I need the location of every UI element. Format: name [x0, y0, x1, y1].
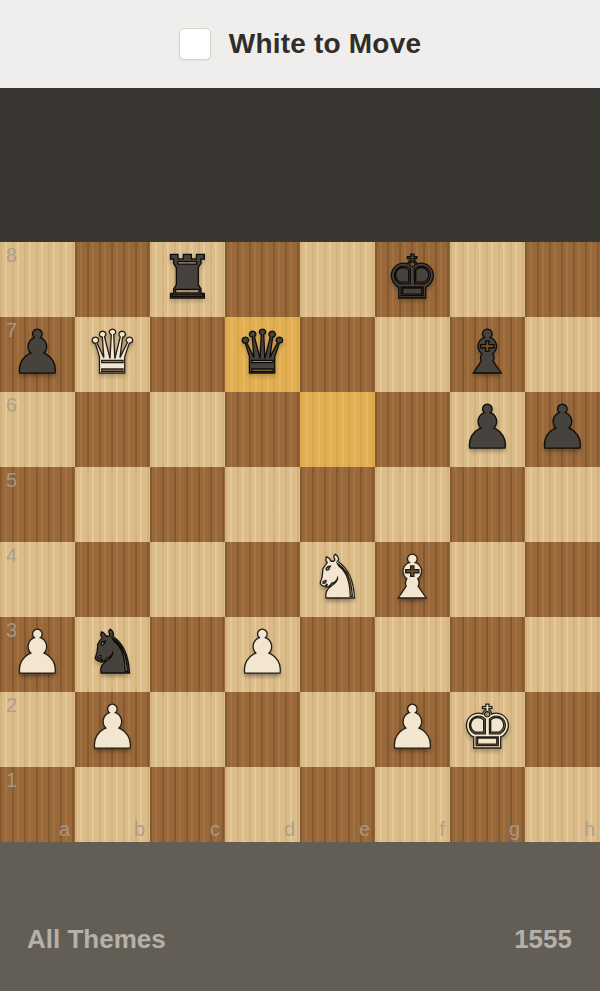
square-c6[interactable]	[150, 392, 225, 467]
square-c7[interactable]	[150, 317, 225, 392]
square-g4[interactable]	[450, 542, 525, 617]
piece-black-king-f8[interactable]: ♚	[375, 242, 450, 317]
square-f1[interactable]: f	[375, 767, 450, 842]
square-c1[interactable]: c	[150, 767, 225, 842]
square-e3[interactable]	[300, 617, 375, 692]
square-h8[interactable]	[525, 242, 600, 317]
square-c5[interactable]	[150, 467, 225, 542]
square-c3[interactable]	[150, 617, 225, 692]
piece-white-pawn-b2[interactable]: ♟	[75, 692, 150, 767]
square-a8[interactable]: 8	[0, 242, 75, 317]
square-g6[interactable]: ♟	[450, 392, 525, 467]
square-b2[interactable]: ♟	[75, 692, 150, 767]
square-h7[interactable]	[525, 317, 600, 392]
file-label-f: f	[439, 819, 445, 839]
piece-white-king-g2[interactable]: ♚	[450, 692, 525, 767]
square-f5[interactable]	[375, 467, 450, 542]
file-label-c: c	[210, 819, 220, 839]
chess-board: 8♜♚7♟♛♛♝6♟♟54♞♝3♟♞♟2♟♟♚1abcdefgh	[0, 242, 600, 842]
piece-white-pawn-f2[interactable]: ♟	[375, 692, 450, 767]
piece-white-pawn-a3[interactable]: ♟	[0, 617, 75, 692]
square-a5[interactable]: 5	[0, 467, 75, 542]
square-g5[interactable]	[450, 467, 525, 542]
file-label-b: b	[134, 819, 145, 839]
square-h5[interactable]	[525, 467, 600, 542]
square-h2[interactable]	[525, 692, 600, 767]
piece-black-rook-c8[interactable]: ♜	[150, 242, 225, 317]
square-c2[interactable]	[150, 692, 225, 767]
header-bar: White to Move	[0, 0, 600, 88]
square-e5[interactable]	[300, 467, 375, 542]
rank-label-6: 6	[6, 395, 17, 415]
white-to-move-checkbox[interactable]	[179, 28, 211, 60]
piece-white-pawn-d3[interactable]: ♟	[225, 617, 300, 692]
square-f4[interactable]: ♝	[375, 542, 450, 617]
piece-black-knight-b3[interactable]: ♞	[75, 617, 150, 692]
square-d5[interactable]	[225, 467, 300, 542]
square-a6[interactable]: 6	[0, 392, 75, 467]
piece-black-pawn-h6[interactable]: ♟	[525, 392, 600, 467]
rank-label-4: 4	[6, 545, 17, 565]
square-e4[interactable]: ♞	[300, 542, 375, 617]
square-f2[interactable]: ♟	[375, 692, 450, 767]
square-b7[interactable]: ♛	[75, 317, 150, 392]
square-e1[interactable]: e	[300, 767, 375, 842]
piece-black-pawn-a7[interactable]: ♟	[0, 317, 75, 392]
rank-label-2: 2	[6, 695, 17, 715]
square-f7[interactable]	[375, 317, 450, 392]
piece-white-queen-b7[interactable]: ♛	[75, 317, 150, 392]
square-f3[interactable]	[375, 617, 450, 692]
piece-black-pawn-g6[interactable]: ♟	[450, 392, 525, 467]
file-label-e: e	[359, 819, 370, 839]
square-b4[interactable]	[75, 542, 150, 617]
all-themes-button[interactable]: All Themes	[27, 924, 166, 955]
rank-label-8: 8	[6, 245, 17, 265]
square-b1[interactable]: b	[75, 767, 150, 842]
square-f8[interactable]: ♚	[375, 242, 450, 317]
square-b5[interactable]	[75, 467, 150, 542]
square-d8[interactable]	[225, 242, 300, 317]
square-e6[interactable]	[300, 392, 375, 467]
square-g1[interactable]: g	[450, 767, 525, 842]
square-e8[interactable]	[300, 242, 375, 317]
footer-bar: All Themes 1555	[0, 842, 600, 991]
square-b8[interactable]	[75, 242, 150, 317]
square-h4[interactable]	[525, 542, 600, 617]
square-h3[interactable]	[525, 617, 600, 692]
rank-label-5: 5	[6, 470, 17, 490]
square-g8[interactable]	[450, 242, 525, 317]
board-top-band	[0, 88, 600, 242]
piece-white-bishop-f4[interactable]: ♝	[375, 542, 450, 617]
square-g2[interactable]: ♚	[450, 692, 525, 767]
square-g7[interactable]: ♝	[450, 317, 525, 392]
square-d6[interactable]	[225, 392, 300, 467]
square-f6[interactable]	[375, 392, 450, 467]
square-a4[interactable]: 4	[0, 542, 75, 617]
square-a2[interactable]: 2	[0, 692, 75, 767]
page-title: White to Move	[229, 28, 421, 60]
square-b3[interactable]: ♞	[75, 617, 150, 692]
piece-black-queen-d7[interactable]: ♛	[225, 317, 300, 392]
square-c4[interactable]	[150, 542, 225, 617]
square-a7[interactable]: 7♟	[0, 317, 75, 392]
file-label-a: a	[59, 819, 70, 839]
square-d7[interactable]: ♛	[225, 317, 300, 392]
square-d4[interactable]	[225, 542, 300, 617]
rating-value: 1555	[514, 924, 572, 955]
rank-label-1: 1	[6, 770, 17, 790]
square-a3[interactable]: 3♟	[0, 617, 75, 692]
square-e7[interactable]	[300, 317, 375, 392]
square-d3[interactable]: ♟	[225, 617, 300, 692]
square-a1[interactable]: 1a	[0, 767, 75, 842]
footer-row: All Themes 1555	[27, 924, 572, 955]
square-c8[interactable]: ♜	[150, 242, 225, 317]
square-d1[interactable]: d	[225, 767, 300, 842]
file-label-h: h	[584, 819, 595, 839]
file-label-d: d	[284, 819, 295, 839]
piece-white-knight-e4[interactable]: ♞	[300, 542, 375, 617]
square-h6[interactable]: ♟	[525, 392, 600, 467]
square-g3[interactable]	[450, 617, 525, 692]
file-label-g: g	[509, 819, 520, 839]
square-d2[interactable]	[225, 692, 300, 767]
square-b6[interactable]	[75, 392, 150, 467]
piece-black-bishop-g7[interactable]: ♝	[450, 317, 525, 392]
square-h1[interactable]: h	[525, 767, 600, 842]
square-e2[interactable]	[300, 692, 375, 767]
